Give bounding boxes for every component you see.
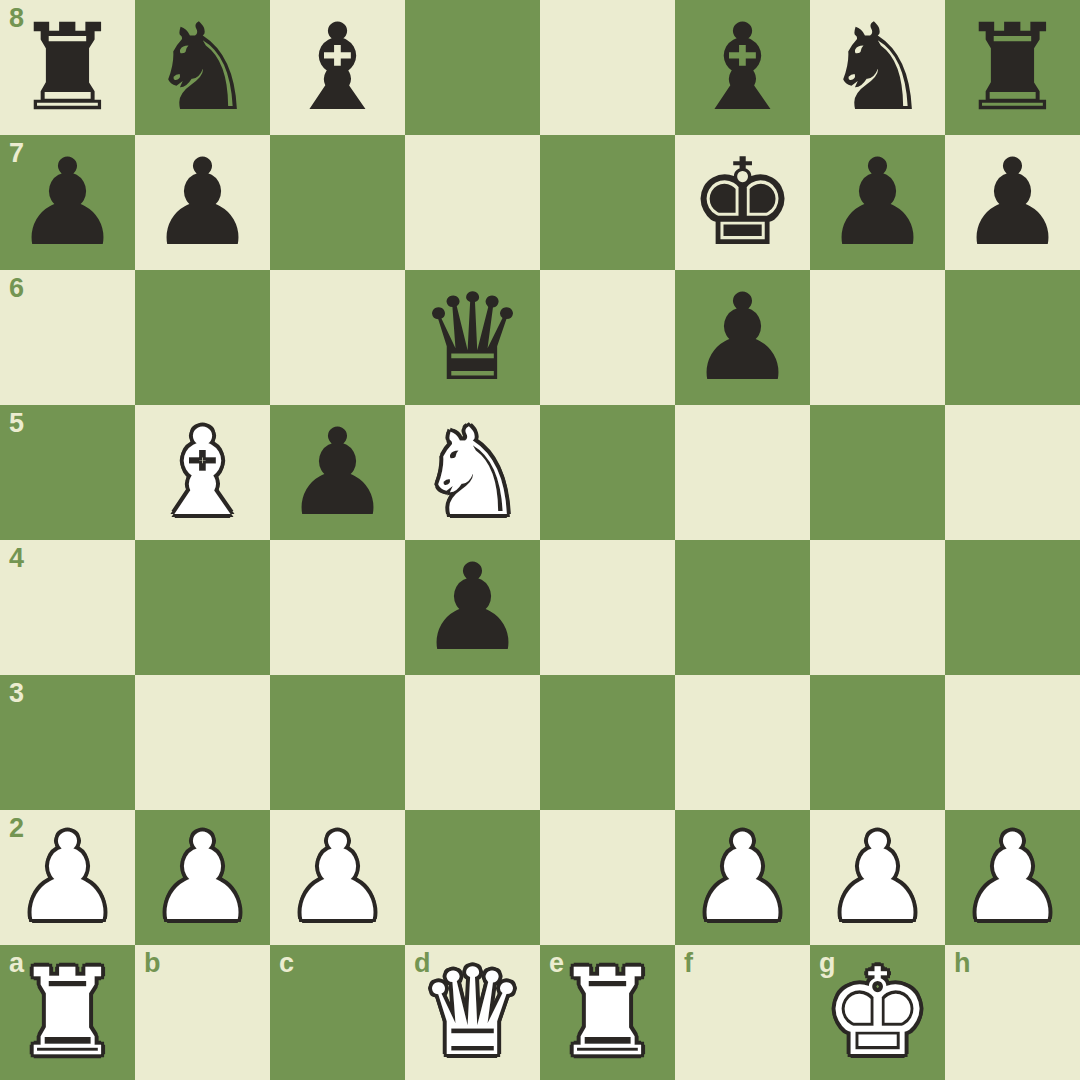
square-b2[interactable]: ♟ [135, 810, 270, 945]
square-g1[interactable]: g♚ [810, 945, 945, 1080]
square-f7[interactable]: ♚ [675, 135, 810, 270]
square-b6[interactable] [135, 270, 270, 405]
square-d2[interactable] [405, 810, 540, 945]
black-rook[interactable]: ♜ [945, 0, 1080, 135]
square-f3[interactable] [675, 675, 810, 810]
white-pawn[interactable]: ♟ [810, 810, 945, 945]
white-knight[interactable]: ♞ [405, 405, 540, 540]
black-pawn[interactable]: ♟ [135, 135, 270, 270]
white-pawn[interactable]: ♟ [675, 810, 810, 945]
black-pawn[interactable]: ♟ [0, 135, 135, 270]
square-g6[interactable] [810, 270, 945, 405]
square-e5[interactable] [540, 405, 675, 540]
coordinate-label-c: c [279, 950, 294, 977]
white-pawn[interactable]: ♟ [945, 810, 1080, 945]
square-d4[interactable]: ♟ [405, 540, 540, 675]
black-rook[interactable]: ♜ [0, 0, 135, 135]
white-pawn[interactable]: ♟ [0, 810, 135, 945]
white-rook[interactable]: ♜ [0, 945, 135, 1080]
square-d7[interactable] [405, 135, 540, 270]
square-h2[interactable]: ♟ [945, 810, 1080, 945]
square-b3[interactable] [135, 675, 270, 810]
square-h6[interactable] [945, 270, 1080, 405]
square-f4[interactable] [675, 540, 810, 675]
square-d1[interactable]: d♛ [405, 945, 540, 1080]
square-g4[interactable] [810, 540, 945, 675]
square-c5[interactable]: ♟ [270, 405, 405, 540]
square-d6[interactable]: ♛ [405, 270, 540, 405]
square-a2[interactable]: 2♟ [0, 810, 135, 945]
square-e6[interactable] [540, 270, 675, 405]
square-e7[interactable] [540, 135, 675, 270]
black-bishop[interactable]: ♝ [675, 0, 810, 135]
square-b8[interactable]: ♞ [135, 0, 270, 135]
square-a4[interactable]: 4 [0, 540, 135, 675]
white-bishop[interactable]: ♝ [135, 405, 270, 540]
square-c7[interactable] [270, 135, 405, 270]
black-queen[interactable]: ♛ [405, 270, 540, 405]
coordinate-label-5: 5 [9, 410, 24, 437]
coordinate-label-h: h [954, 950, 971, 977]
square-f6[interactable]: ♟ [675, 270, 810, 405]
white-queen[interactable]: ♛ [405, 945, 540, 1080]
square-f5[interactable] [675, 405, 810, 540]
square-g5[interactable] [810, 405, 945, 540]
black-pawn[interactable]: ♟ [675, 270, 810, 405]
coordinate-label-f: f [684, 950, 693, 977]
square-b5[interactable]: ♝ [135, 405, 270, 540]
square-b1[interactable]: b [135, 945, 270, 1080]
coordinate-label-4: 4 [9, 545, 24, 572]
square-a6[interactable]: 6 [0, 270, 135, 405]
square-a8[interactable]: 8♜ [0, 0, 135, 135]
chess-board: 8♜♞♝♝♞♜7♟♟♚♟♟6♛♟5♝♟♞4♟32♟♟♟♟♟♟a♜bcd♛e♜fg… [0, 0, 1080, 1080]
square-a1[interactable]: a♜ [0, 945, 135, 1080]
square-e1[interactable]: e♜ [540, 945, 675, 1080]
square-d5[interactable]: ♞ [405, 405, 540, 540]
square-b7[interactable]: ♟ [135, 135, 270, 270]
black-pawn[interactable]: ♟ [405, 540, 540, 675]
square-g7[interactable]: ♟ [810, 135, 945, 270]
square-g8[interactable]: ♞ [810, 0, 945, 135]
square-h5[interactable] [945, 405, 1080, 540]
coordinate-label-3: 3 [9, 680, 24, 707]
white-rook[interactable]: ♜ [540, 945, 675, 1080]
square-f2[interactable]: ♟ [675, 810, 810, 945]
square-e3[interactable] [540, 675, 675, 810]
white-king[interactable]: ♚ [810, 945, 945, 1080]
black-pawn[interactable]: ♟ [810, 135, 945, 270]
square-a5[interactable]: 5 [0, 405, 135, 540]
black-bishop[interactable]: ♝ [270, 0, 405, 135]
square-a3[interactable]: 3 [0, 675, 135, 810]
white-pawn[interactable]: ♟ [270, 810, 405, 945]
square-h3[interactable] [945, 675, 1080, 810]
black-knight[interactable]: ♞ [810, 0, 945, 135]
coordinate-label-b: b [144, 950, 161, 977]
square-c2[interactable]: ♟ [270, 810, 405, 945]
square-a7[interactable]: 7♟ [0, 135, 135, 270]
square-c1[interactable]: c [270, 945, 405, 1080]
square-h7[interactable]: ♟ [945, 135, 1080, 270]
square-h4[interactable] [945, 540, 1080, 675]
square-f8[interactable]: ♝ [675, 0, 810, 135]
square-d8[interactable] [405, 0, 540, 135]
square-g2[interactable]: ♟ [810, 810, 945, 945]
black-pawn[interactable]: ♟ [945, 135, 1080, 270]
coordinate-label-6: 6 [9, 275, 24, 302]
square-e4[interactable] [540, 540, 675, 675]
square-c4[interactable] [270, 540, 405, 675]
square-h8[interactable]: ♜ [945, 0, 1080, 135]
black-pawn[interactable]: ♟ [270, 405, 405, 540]
square-d3[interactable] [405, 675, 540, 810]
square-g3[interactable] [810, 675, 945, 810]
square-h1[interactable]: h [945, 945, 1080, 1080]
black-king[interactable]: ♚ [675, 135, 810, 270]
square-f1[interactable]: f [675, 945, 810, 1080]
black-knight[interactable]: ♞ [135, 0, 270, 135]
square-c3[interactable] [270, 675, 405, 810]
square-e2[interactable] [540, 810, 675, 945]
square-b4[interactable] [135, 540, 270, 675]
square-c8[interactable]: ♝ [270, 0, 405, 135]
square-e8[interactable] [540, 0, 675, 135]
white-pawn[interactable]: ♟ [135, 810, 270, 945]
square-c6[interactable] [270, 270, 405, 405]
